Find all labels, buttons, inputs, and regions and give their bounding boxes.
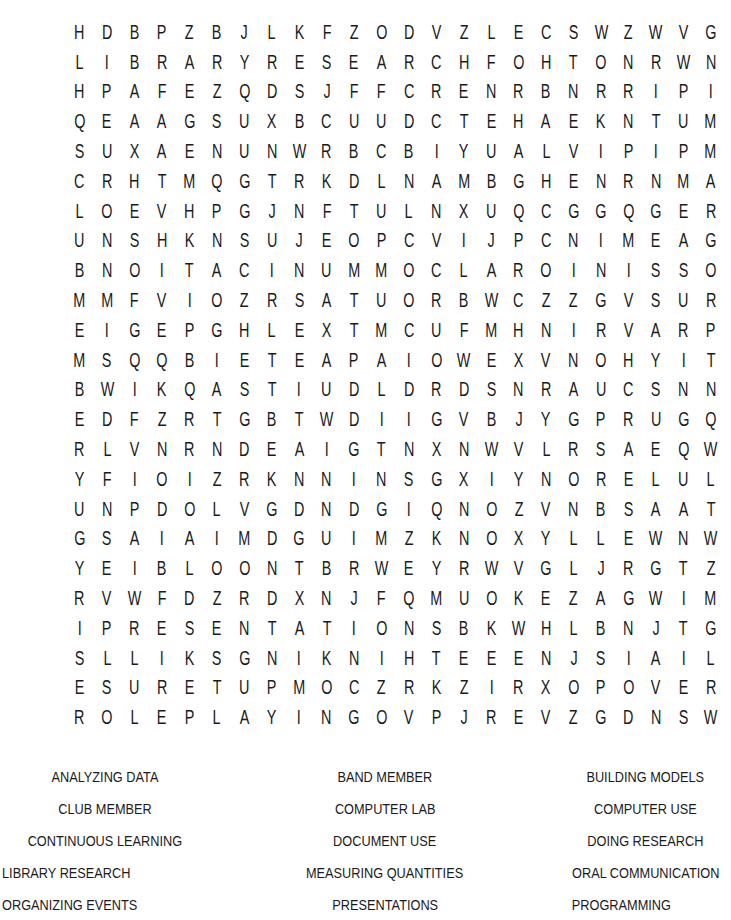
grid-letter: D [267,528,277,548]
grid-letter: K [267,469,277,489]
grid-cell: T [642,106,669,136]
grid-letter: U [486,201,496,221]
grid-letter: Q [678,439,689,459]
grid-cell: C [231,255,258,285]
grid-letter: R [294,171,304,191]
grid-letter: P [432,707,442,727]
grid-letter: E [569,171,579,191]
grid-letter: A [569,379,579,399]
grid-cell: R [697,673,724,703]
grid-letter: P [185,707,195,727]
grid-cell: O [615,673,642,703]
grid-cell: S [66,643,93,673]
grid-letter: W [320,409,334,429]
grid-cell: P [93,613,120,643]
grid-letter: T [295,409,304,429]
grid-letter: M [705,111,717,131]
grid-letter: A [651,499,661,519]
grid-letter: R [212,52,222,72]
grid-letter: R [75,707,85,727]
grid-letter: Y [240,52,250,72]
grid-cell: C [532,17,559,47]
grid-letter: A [596,588,606,608]
grid-cell: S [286,285,313,315]
grid-cell: L [66,196,93,226]
grid-letter: G [650,201,661,221]
grid-letter: O [211,290,222,310]
grid-cell: A [670,226,697,256]
grid-letter: O [184,499,195,519]
grid-letter: I [215,350,219,370]
grid-letter: R [596,469,606,489]
grid-letter: M [376,320,388,340]
grid-letter: A [185,528,195,548]
grid-letter: N [596,171,606,191]
grid-letter: I [407,409,411,429]
grid-letter: L [652,469,660,489]
grid-letter: F [487,52,496,72]
grid-letter: E [157,618,167,638]
grid-letter: E [130,201,140,221]
grid-letter: A [706,171,716,191]
grid-cell: I [121,553,148,583]
grid-letter: U [102,141,112,161]
grid-letter: I [352,469,356,489]
grid-cell: M [340,255,367,285]
grid-letter: P [130,499,140,519]
grid-cell: K [313,643,340,673]
grid-cell: A [697,166,724,196]
grid-letter: G [595,290,606,310]
grid-letter: G [294,528,305,548]
grid-letter: R [623,81,633,101]
grid-cell: Z [368,673,395,703]
grid-cell: M [670,166,697,196]
grid-letter: G [595,201,606,221]
grid-cell: R [121,613,148,643]
grid-letter: Z [459,677,468,697]
grid-letter: H [404,648,414,668]
grid-letter: A [486,260,496,280]
grid-letter: A [541,111,551,131]
grid-cell: R [231,464,258,494]
grid-cell: W [642,17,669,47]
grid-cell: N [286,255,313,285]
grid-cell: S [587,643,614,673]
grid-letter: H [75,81,85,101]
word-list-item: ORAL COMMUNICATION [560,856,731,888]
grid-cell: B [148,553,175,583]
word-list-item: ANALYZING DATA [0,760,210,792]
grid-letter: M [183,171,195,191]
grid-letter: O [431,350,442,370]
word-label: DOING RESEARCH [587,833,703,848]
grid-cell: F [313,17,340,47]
grid-cell: N [203,434,230,464]
grid-cell: I [340,464,367,494]
grid-letter: Z [569,290,578,310]
grid-cell: U [258,226,285,256]
word-list-item: BUILDING MODELS [560,760,731,792]
grid-cell: A [121,77,148,107]
grid-letter: E [569,111,579,131]
grid-cell: R [395,47,422,77]
grid-cell: E [203,613,230,643]
grid-letter: E [240,350,250,370]
grid-cell: D [340,375,367,405]
grid-cell: E [93,106,120,136]
grid-letter: V [541,350,551,370]
grid-letter: N [568,81,578,101]
grid-cell: B [340,136,367,166]
grid-cell: J [313,77,340,107]
grid-letter: H [75,22,85,42]
grid-letter: J [268,201,275,221]
grid-letter: S [75,648,85,668]
grid-cell: F [368,583,395,613]
grid-cell: M [368,524,395,554]
grid-letter: R [157,677,167,697]
grid-cell: I [615,255,642,285]
grid-letter: O [486,528,497,548]
grid-letter: C [404,81,414,101]
grid-letter: I [380,648,384,668]
grid-cell: V [532,345,559,375]
grid-cell: P [368,226,395,256]
grid-letter: L [707,469,715,489]
grid-letter: F [158,588,167,608]
word-list: ANALYZING DATA BAND MEMBER BUILDING MODE… [0,760,731,920]
grid-cell: K [313,166,340,196]
grid-letter: Q [431,499,442,519]
grid-letter: H [514,320,524,340]
grid-letter: U [239,677,249,697]
grid-cell: N [395,434,422,464]
grid-letter: E [679,201,689,221]
grid-cell: N [148,434,175,464]
grid-letter: S [130,230,140,250]
grid-cell: Z [203,583,230,613]
grid-cell: A [368,345,395,375]
grid-letter: D [404,379,414,399]
grid-letter: F [377,588,386,608]
grid-cell: A [642,643,669,673]
grid-letter: X [541,677,551,697]
grid-cell: N [203,136,230,166]
grid-letter: H [157,230,167,250]
grid-letter: V [651,677,661,697]
grid-letter: X [459,201,469,221]
grid-letter: E [322,230,332,250]
grid-cell: Z [340,17,367,47]
grid-cell: G [423,404,450,434]
grid-letter: E [459,81,469,101]
grid-cell: W [478,553,505,583]
grid-cell: S [560,17,587,47]
grid-cell: S [395,464,422,494]
grid-letter: T [350,201,359,221]
grid-letter: Z [213,588,222,608]
word-label: ORAL COMMUNICATION [572,865,719,880]
grid-letter: U [129,677,139,697]
grid-letter: L [487,22,495,42]
grid-letter: U [678,111,688,131]
grid-cell: M [697,136,724,166]
grid-cell: R [395,673,422,703]
grid-cell: O [203,285,230,315]
grid-cell: S [66,136,93,166]
grid-cell: P [423,702,450,732]
grid-letter: B [212,22,222,42]
grid-letter: V [624,290,634,310]
grid-letter: I [352,528,356,548]
grid-letter: T [377,439,386,459]
grid-letter: R [568,439,578,459]
grid-cell: G [121,315,148,345]
grid-letter: Z [706,558,715,578]
grid-cell: C [66,166,93,196]
grid-cell: L [587,524,614,554]
grid-letter: F [130,290,139,310]
grid-cell: N [642,166,669,196]
grid-cell: V [148,285,175,315]
grid-letter: S [651,290,661,310]
grid-cell: Z [148,404,175,434]
grid-cell: X [532,673,559,703]
grid-cell: Y [66,464,93,494]
grid-letter: G [431,469,442,489]
grid-cell: E [670,196,697,226]
grid-cell: Z [203,464,230,494]
grid-letter: I [681,648,685,668]
grid-letter: W [677,52,691,72]
grid-letter: R [706,677,716,697]
grid-cell: N [368,464,395,494]
grid-letter: D [623,707,633,727]
grid-letter: J [460,707,467,727]
grid-letter: C [541,230,551,250]
word-list-item: PROGRAMMING [560,888,731,920]
grid-cell: E [121,196,148,226]
grid-letter: P [679,81,689,101]
grid-cell: B [66,375,93,405]
grid-letter: T [322,618,331,638]
grid-cell: B [450,285,477,315]
grid-cell: Q [670,434,697,464]
grid-cell: U [670,106,697,136]
grid-letter: Q [184,379,195,399]
grid-cell: R [450,553,477,583]
grid-cell: E [478,643,505,673]
grid-letter: L [268,320,276,340]
grid-cell: E [505,702,532,732]
grid-letter: B [596,618,606,638]
grid-cell: D [395,375,422,405]
grid-letter: I [352,618,356,638]
grid-cell: E [670,673,697,703]
grid-cell: L [203,702,230,732]
grid-letter: X [514,528,524,548]
grid-cell: I [423,136,450,166]
word-list-item: ORGANIZING EVENTS [0,888,210,920]
grid-cell: E [478,345,505,375]
grid-cell: N [93,226,120,256]
grid-cell: T [286,553,313,583]
grid-letter: G [705,618,716,638]
grid-cell: J [231,17,258,47]
grid-cell: O [93,702,120,732]
grid-letter: K [185,230,195,250]
grid-cell: H [121,166,148,196]
grid-cell: C [395,77,422,107]
grid-letter: Q [211,171,222,191]
grid-letter: O [403,290,414,310]
grid-letter: H [623,350,633,370]
grid-cell: E [642,434,669,464]
grid-cell: L [697,464,724,494]
grid-letter: N [294,201,304,221]
grid-letter: W [704,707,718,727]
grid-cell: N [532,643,559,673]
grid-cell: G [615,583,642,613]
grid-cell: H [532,613,559,643]
grid-letter: L [131,648,139,668]
grid-cell: M [66,345,93,375]
grid-letter: U [321,528,331,548]
grid-cell: N [313,702,340,732]
grid-letter: L [268,22,276,42]
grid-cell: N [93,255,120,285]
grid-letter: B [75,379,85,399]
grid-letter: Y [514,469,524,489]
grid-cell: R [615,404,642,434]
grid-cell: S [642,375,669,405]
grid-letter: N [568,350,578,370]
grid-letter: U [321,379,331,399]
grid-cell: G [587,196,614,226]
grid-cell: Y [532,404,559,434]
grid-letter: O [321,677,332,697]
grid-cell: I [148,643,175,673]
grid-cell: N [313,494,340,524]
grid-letter: U [678,290,688,310]
grid-cell: G [203,315,230,345]
grid-cell: P [697,315,724,345]
grid-letter: Z [240,290,249,310]
grid-cell: D [615,702,642,732]
grid-letter: I [215,528,219,548]
word-list-item: CONTINUOUS LEARNING [0,824,210,856]
grid-cell: B [258,404,285,434]
grid-cell: O [313,673,340,703]
grid-cell: Y [642,345,669,375]
grid-cell: C [423,106,450,136]
grid-letter: S [486,379,496,399]
grid-letter: D [157,499,167,519]
grid-letter: N [239,618,249,638]
grid-letter: U [376,201,386,221]
grid-letter: C [541,22,551,42]
grid-cell: R [313,136,340,166]
grid-cell: Q [231,77,258,107]
grid-letter: I [105,52,109,72]
grid-cell: T [368,434,395,464]
grid-letter: L [76,201,84,221]
grid-cell: O [560,464,587,494]
grid-letter: I [709,81,713,101]
grid-letter: D [349,171,359,191]
grid-cell: W [478,434,505,464]
grid-cell: E [286,47,313,77]
grid-cell: L [121,702,148,732]
grid-cell: D [340,166,367,196]
grid-cell: R [505,673,532,703]
grid-letter: P [624,141,634,161]
grid-letter: L [103,648,111,668]
grid-cell: E [532,583,559,613]
grid-cell: H [532,47,559,77]
grid-letter: R [596,81,606,101]
grid-cell: G [340,702,367,732]
grid-cell: V [505,553,532,583]
grid-letter: E [102,558,112,578]
word-label: ANALYZING DATA [52,769,159,784]
grid-letter: H [129,171,139,191]
grid-cell: S [423,613,450,643]
grid-cell: W [505,613,532,643]
word-list-item: MEASURING QUANTITIES [210,856,560,888]
grid-cell: F [313,196,340,226]
grid-cell: N [450,494,477,524]
grid-letter: S [651,260,661,280]
grid-cell: X [450,464,477,494]
grid-cell: I [670,345,697,375]
grid-letter: Q [705,409,716,429]
grid-cell: F [121,404,148,434]
grid-cell: B [532,77,559,107]
grid-letter: B [541,81,551,101]
grid-letter: U [349,111,359,131]
grid-letter: V [679,22,689,42]
grid-letter: K [185,648,195,668]
grid-letter: H [541,618,551,638]
grid-letter: C [623,379,633,399]
grid-cell: G [286,524,313,554]
grid-letter: R [75,439,85,459]
grid-cell: F [478,47,505,77]
grid-cell: D [176,583,203,613]
grid-cell: E [505,643,532,673]
grid-cell: A [642,494,669,524]
grid-letter: K [514,588,524,608]
grid-cell: B [313,553,340,583]
grid-cell: T [258,375,285,405]
grid-letter: G [541,558,552,578]
grid-letter: U [678,469,688,489]
grid-cell: A [286,434,313,464]
grid-cell: A [176,524,203,554]
grid-cell: D [258,583,285,613]
grid-cell: N [313,464,340,494]
grid-cell: N [286,196,313,226]
grid-cell: Y [532,524,559,554]
grid-letter: R [129,618,139,638]
grid-letter: N [267,141,277,161]
grid-letter: V [130,439,140,459]
grid-cell: E [313,226,340,256]
grid-letter: Y [267,707,277,727]
grid-letter: I [105,320,109,340]
